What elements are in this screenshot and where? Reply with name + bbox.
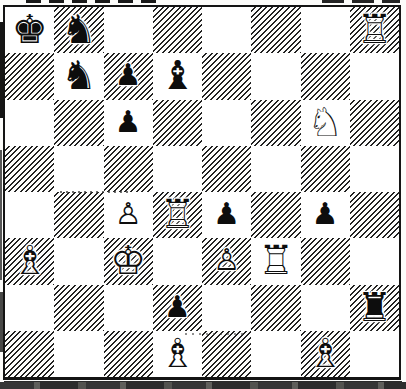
white-king-c3: ♔ <box>110 240 146 280</box>
square-g2 <box>301 285 350 331</box>
square-h6 <box>350 100 399 146</box>
scan-ink-streak <box>0 22 3 118</box>
square-h4 <box>350 192 399 238</box>
square-d5 <box>153 146 202 192</box>
square-e8 <box>202 7 251 53</box>
square-f3: ♖ <box>251 238 300 284</box>
square-f5 <box>251 146 300 192</box>
black-pawn-d2: ♟ <box>164 292 191 322</box>
white-bishop-d1: ♗ <box>159 333 195 373</box>
white-bishop-a3: ♗ <box>12 240 48 280</box>
square-c5 <box>104 146 153 192</box>
square-e6 <box>202 100 251 146</box>
scan-dot-noise <box>185 333 245 335</box>
square-h2: ♜ <box>350 285 399 331</box>
square-b5 <box>54 146 103 192</box>
square-f7 <box>251 53 300 99</box>
square-a1 <box>5 331 54 377</box>
print-artifact-top-right <box>322 0 400 3</box>
black-knight-b8: ♞ <box>61 9 97 49</box>
black-pawn-c7: ♟ <box>115 60 142 90</box>
square-a3: ♗ <box>5 238 54 284</box>
square-f6 <box>251 100 300 146</box>
square-e1 <box>202 331 251 377</box>
square-h3 <box>350 238 399 284</box>
white-pawn-c4: ♙ <box>115 199 142 229</box>
scan-ink-streak <box>0 292 3 352</box>
square-a6 <box>5 100 54 146</box>
white-bishop-g1: ♗ <box>307 333 343 373</box>
black-rook-h2: ♜ <box>356 287 392 327</box>
square-g1: ♗ <box>301 331 350 377</box>
square-f4 <box>251 192 300 238</box>
square-g7 <box>301 53 350 99</box>
white-rook-h8: ♖ <box>356 9 392 49</box>
print-artifact-top-left <box>26 0 162 3</box>
square-g5 <box>301 146 350 192</box>
square-b4 <box>54 192 103 238</box>
square-c4: ♙ <box>104 192 153 238</box>
square-h1 <box>350 331 399 377</box>
square-e2 <box>202 285 251 331</box>
square-a7 <box>5 53 54 99</box>
square-d7: ♝ <box>153 53 202 99</box>
square-f8 <box>251 7 300 53</box>
square-b3 <box>54 238 103 284</box>
black-pawn-g4: ♟ <box>312 199 339 229</box>
square-b1 <box>54 331 103 377</box>
square-e5 <box>202 146 251 192</box>
square-b7: ♞ <box>54 53 103 99</box>
scan-ink-streak <box>0 150 2 280</box>
square-a2 <box>5 285 54 331</box>
square-f1 <box>251 331 300 377</box>
square-b2 <box>54 285 103 331</box>
square-g3 <box>301 238 350 284</box>
black-king-a8: ♚ <box>12 9 48 49</box>
square-c6: ♟ <box>104 100 153 146</box>
square-e7 <box>202 53 251 99</box>
white-knight-g6: ♘ <box>307 102 343 142</box>
square-h8: ♖ <box>350 7 399 53</box>
square-d6 <box>153 100 202 146</box>
square-a4 <box>5 192 54 238</box>
black-pawn-c6: ♟ <box>115 107 142 137</box>
square-f2 <box>251 285 300 331</box>
square-c1 <box>104 331 153 377</box>
scanned-chess-diagram: ♚♞♖♞♟♝♟♘♙♖♟♟♗♔♙♖♟♜♗♗ <box>0 0 406 389</box>
illegible-caption-smudge <box>0 382 406 389</box>
square-c7: ♟ <box>104 53 153 99</box>
square-g4: ♟ <box>301 192 350 238</box>
square-d8 <box>153 7 202 53</box>
square-h5 <box>350 146 399 192</box>
black-bishop-d7: ♝ <box>159 55 195 95</box>
black-pawn-e4: ♟ <box>213 199 240 229</box>
square-a5 <box>5 146 54 192</box>
square-a8: ♚ <box>5 7 54 53</box>
white-rook-d4: ♖ <box>159 194 195 234</box>
black-knight-b7: ♞ <box>61 55 97 95</box>
scan-dot-noise <box>60 191 132 193</box>
square-e3: ♙ <box>202 238 251 284</box>
white-pawn-e3: ♙ <box>213 245 240 275</box>
square-b6 <box>54 100 103 146</box>
white-rook-f3: ♖ <box>258 240 294 280</box>
square-d4: ♖ <box>153 192 202 238</box>
square-h7 <box>350 53 399 99</box>
square-g6: ♘ <box>301 100 350 146</box>
square-c2 <box>104 285 153 331</box>
square-d1: ♗ <box>153 331 202 377</box>
square-g8 <box>301 7 350 53</box>
square-c3: ♔ <box>104 238 153 284</box>
square-e4: ♟ <box>202 192 251 238</box>
square-d2: ♟ <box>153 285 202 331</box>
square-b8: ♞ <box>54 7 103 53</box>
square-d3 <box>153 238 202 284</box>
square-c8 <box>104 7 153 53</box>
